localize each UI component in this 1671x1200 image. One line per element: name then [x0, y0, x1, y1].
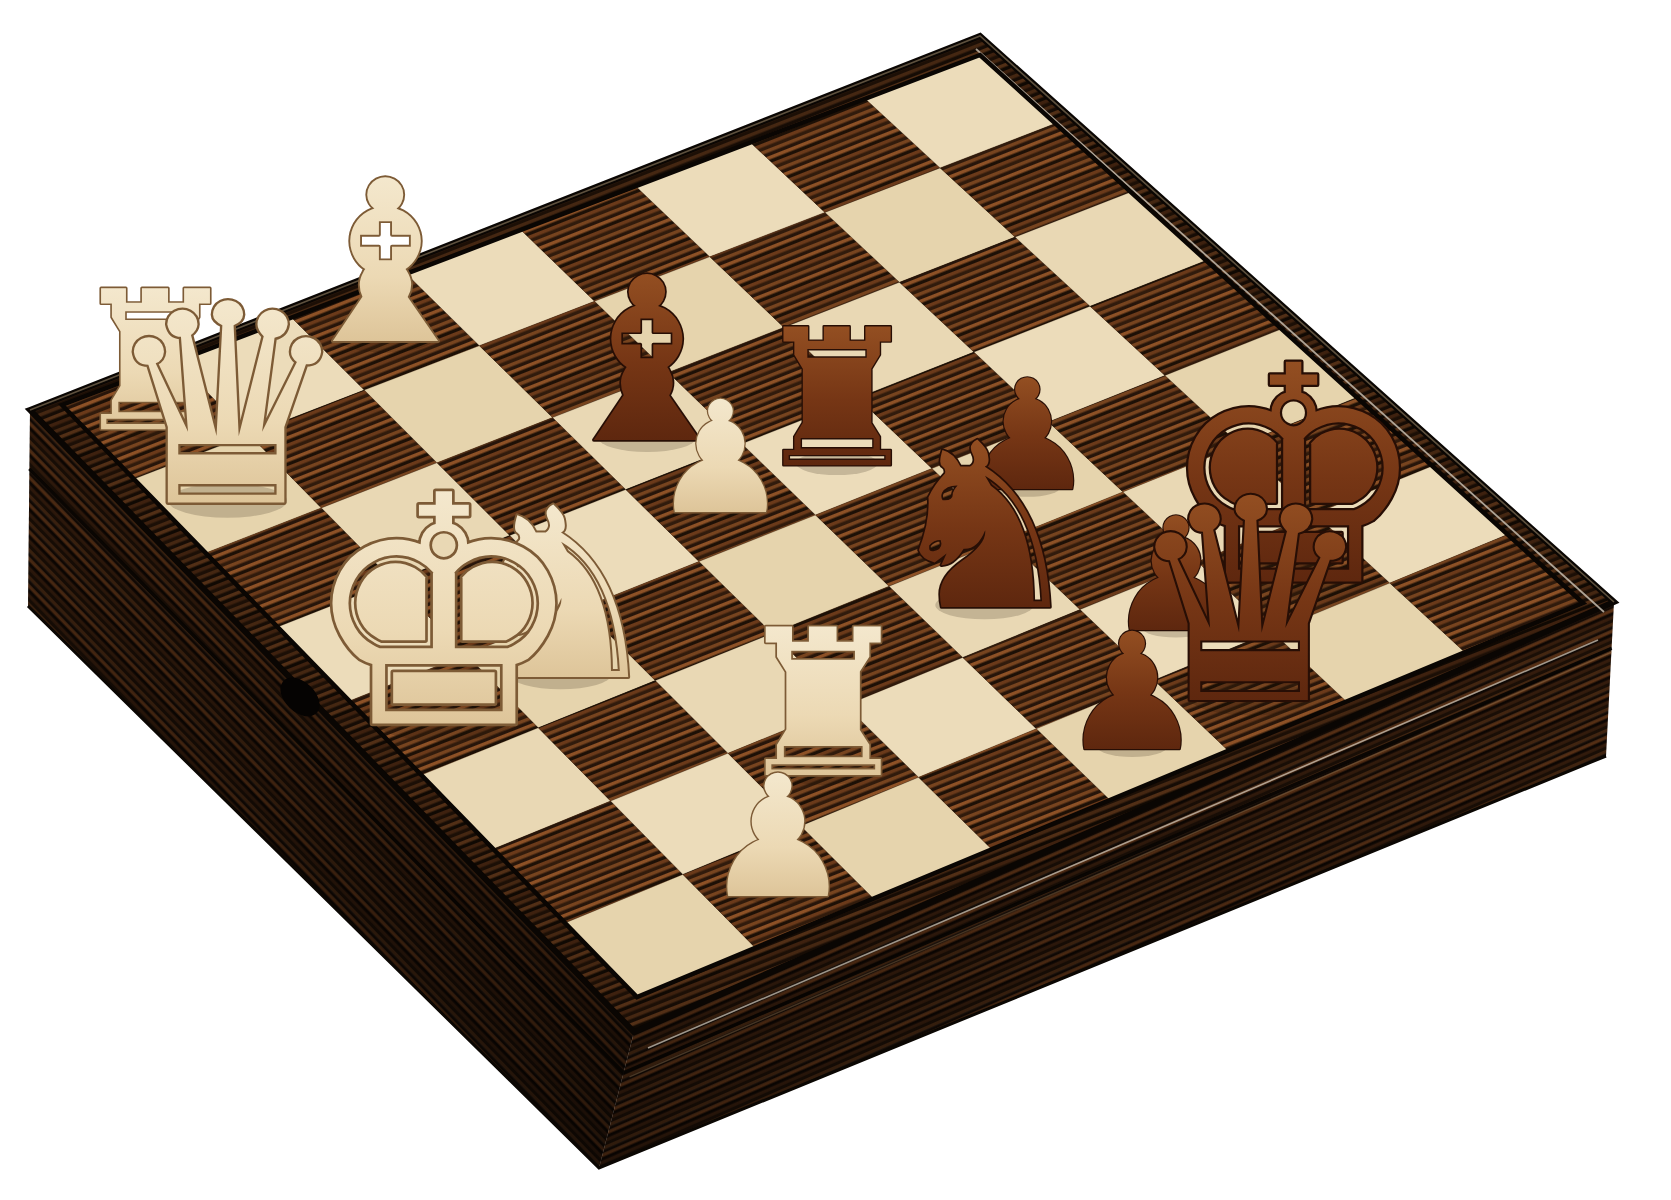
piece-glyph-pawn: ♟	[702, 739, 854, 936]
scene-svg: ♝♜♝♜♟♛♟♚♞♟♞♛♚♟♜♟	[0, 0, 1671, 1200]
piece-glyph-pawn: ♟	[1060, 599, 1205, 787]
chess-set-product-photo: ♝♜♝♜♟♛♟♚♞♟♞♛♚♟♜♟	[0, 0, 1671, 1200]
piece-white-king-e1[interactable]: ♚	[301, 429, 586, 799]
piece-white-pawn-h2[interactable]: ♟	[702, 739, 854, 936]
piece-black-pawn-h5[interactable]: ♟	[1060, 599, 1205, 787]
piece-white-pawn-d4[interactable]: ♟	[651, 368, 790, 549]
piece-glyph-king: ♚	[301, 429, 586, 799]
piece-glyph-pawn: ♟	[651, 368, 790, 549]
